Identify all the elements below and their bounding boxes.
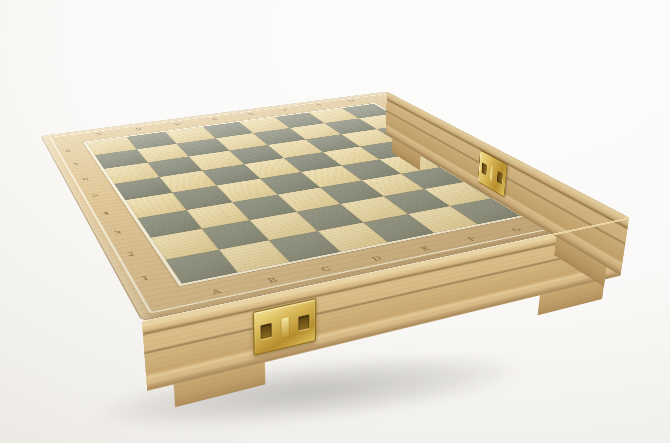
square-e1[interactable]	[363, 214, 434, 242]
rank-label-right-2: 2	[511, 170, 562, 190]
scene: ABCDEFGH ABCDEFGH 87654321 87654321	[0, 0, 670, 443]
square-d4[interactable]	[260, 172, 320, 195]
rank-label-left-2: 2	[109, 241, 154, 270]
square-g2[interactable]	[424, 182, 490, 206]
square-f2[interactable]	[383, 189, 450, 214]
rank-label-left-3: 3	[97, 220, 140, 246]
square-a5[interactable]	[114, 177, 172, 200]
square-d3[interactable]	[277, 187, 341, 212]
rank-label-left-4: 4	[86, 202, 126, 225]
square-c1[interactable]	[269, 231, 340, 262]
square-e2[interactable]	[340, 196, 407, 222]
square-h1[interactable]	[490, 191, 560, 216]
rank-label-right-1: 1	[540, 186, 594, 207]
clasp-hole-icon	[260, 323, 271, 339]
square-a4[interactable]	[125, 193, 186, 218]
square-a1[interactable]	[165, 250, 237, 284]
square-b2[interactable]	[201, 220, 268, 249]
product-photo-page: ABCDEFGH ABCDEFGH 87654321 87654321	[0, 0, 670, 443]
square-d1[interactable]	[317, 222, 388, 252]
rank-label-left-1: 1	[122, 263, 171, 295]
square-a3[interactable]	[137, 210, 201, 238]
square-b3[interactable]	[186, 202, 250, 229]
square-b1[interactable]	[218, 240, 289, 273]
rank-label-left-5: 5	[77, 185, 115, 206]
square-f1[interactable]	[407, 206, 477, 233]
square-c2[interactable]	[250, 212, 317, 240]
square-f3[interactable]	[361, 174, 424, 197]
square-c3[interactable]	[232, 195, 296, 221]
chess-box: ABCDEFGH ABCDEFGH 87654321 87654321	[41, 91, 630, 321]
square-c4[interactable]	[217, 179, 277, 202]
rank-label-left-6: 6	[68, 170, 104, 189]
square-h2[interactable]	[464, 175, 530, 198]
square-a2[interactable]	[151, 229, 219, 260]
square-b4[interactable]	[172, 186, 233, 210]
square-e3[interactable]	[320, 180, 383, 204]
front-brass-clasp-icon	[253, 298, 317, 356]
square-b5[interactable]	[159, 170, 217, 192]
square-d2[interactable]	[296, 204, 363, 231]
clasp-bar-icon	[281, 316, 288, 337]
square-g1[interactable]	[450, 198, 520, 224]
clasp-hole-icon	[298, 314, 309, 330]
